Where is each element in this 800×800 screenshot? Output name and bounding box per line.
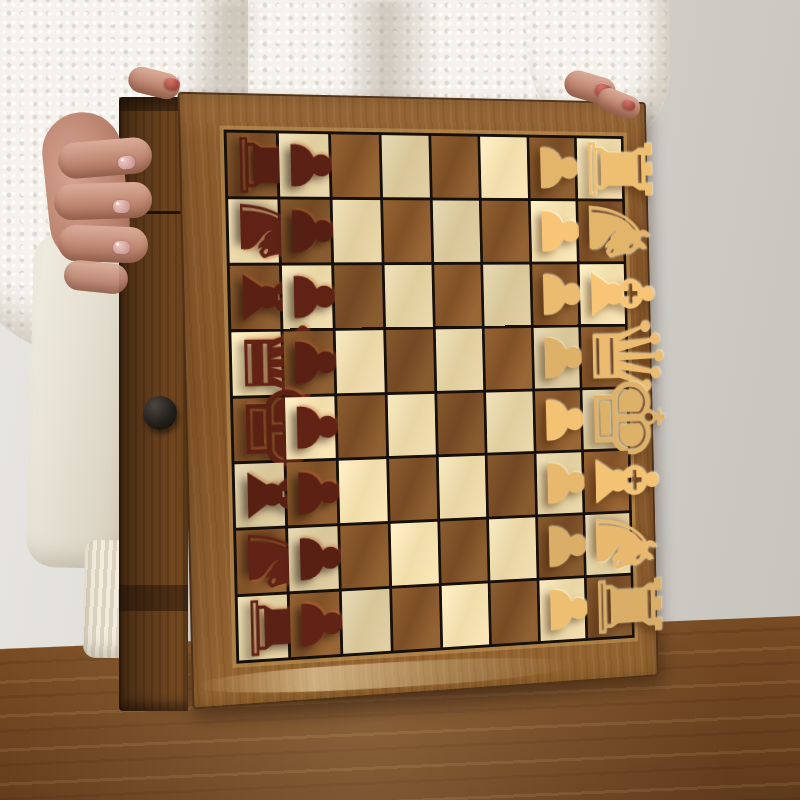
square-r2c6[interactable] [482,201,529,262]
square-r8c4[interactable] [392,586,440,650]
square-r7c5[interactable] [440,520,488,583]
square-r5c3[interactable] [337,395,386,459]
square-r8c8[interactable]: ♜ [586,576,632,638]
square-r3c6[interactable] [483,264,530,325]
fingernail [113,241,131,255]
photo-scene: ♜♟♟♜♞♟♟♞♝♟♟♝♛♟♟♛♚♟♟♚♝♟♟♝♞♟♟♞♜♟♟♜ [0,0,800,800]
square-r2c4[interactable] [383,200,432,262]
square-r6c6[interactable] [488,454,535,516]
square-r4c4[interactable] [386,329,435,392]
square-r7c3[interactable] [340,524,389,588]
square-r4c5[interactable] [436,328,484,390]
chess-board: ♜♟♟♜♞♟♟♞♝♟♟♝♛♟♟♛♚♟♟♚♝♟♟♝♞♟♟♞♜♟♟♜ [178,92,659,710]
left-finger [57,224,148,263]
square-r7c6[interactable] [489,518,536,581]
left-finger [53,181,152,220]
square-r5c5[interactable] [437,392,485,455]
square-r1c2[interactable]: ♟ [279,133,329,196]
square-r8c3[interactable] [341,589,390,654]
square-r5c6[interactable] [486,391,533,453]
square-r8c5[interactable] [442,583,490,647]
square-r1c3[interactable] [331,134,380,197]
drawer-knob[interactable] [143,396,177,430]
square-r8c2[interactable]: ♟ [290,592,340,657]
square-r1c1[interactable]: ♜ [227,133,278,197]
square-r6c3[interactable] [338,459,387,523]
square-r2c5[interactable] [433,200,481,261]
piece-white-rook[interactable]: ♜ [583,562,671,651]
square-r3c4[interactable] [384,265,433,327]
square-r2c3[interactable] [332,200,381,262]
square-r8c6[interactable] [491,581,538,644]
square-r6c4[interactable] [389,458,438,521]
board-grid: ♜♟♟♜♞♟♟♞♝♟♟♝♛♟♟♛♚♟♟♚♝♟♟♝♞♟♟♞♜♟♟♜ [226,132,633,662]
board-inner-frame: ♜♟♟♜♞♟♟♞♝♟♟♝♛♟♟♛♚♟♟♚♝♟♟♝♞♟♟♞♜♟♟♜ [224,130,635,664]
square-r4c6[interactable] [485,328,532,390]
square-r7c4[interactable] [390,522,438,586]
square-r3c5[interactable] [434,264,482,326]
square-r1c4[interactable] [381,135,430,197]
square-r1c5[interactable] [431,136,479,198]
side-panel-notch [119,585,188,611]
square-r1c6[interactable] [480,137,527,198]
fingernail [113,200,130,213]
square-r5c4[interactable] [387,393,436,456]
square-r6c5[interactable] [439,456,487,519]
square-r1c8[interactable]: ♜ [576,138,622,198]
square-r8c1[interactable]: ♜ [238,595,289,661]
